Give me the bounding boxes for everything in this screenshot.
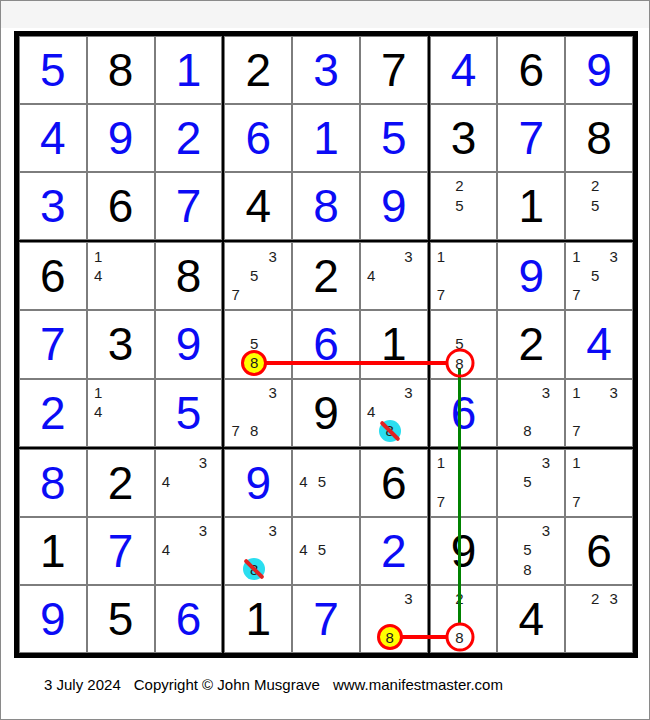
- candidate-digit: 1: [437, 455, 445, 470]
- pencil-slot-2: [450, 246, 469, 265]
- cell-r3c5[interactable]: 8: [292, 172, 360, 240]
- cell-r2c5[interactable]: 1: [292, 104, 360, 172]
- pencil-slot-2: 2: [586, 589, 605, 608]
- cell-r7c9[interactable]: 17: [565, 449, 633, 517]
- pencil-slot-8: [245, 285, 264, 304]
- pencil-slot-7: [362, 421, 381, 440]
- footer: 3 July 2024Copyright © John Musgravewww.…: [44, 676, 516, 693]
- cell-r9c9[interactable]: 23: [565, 585, 633, 653]
- pencil-slot-4: [432, 196, 451, 215]
- pencil-slot-8: [450, 491, 469, 510]
- pencil-grid: 1357: [567, 246, 623, 304]
- pencil-slot-8: [586, 628, 605, 647]
- cell-r1c2[interactable]: 8: [87, 36, 155, 104]
- cell-r2c3[interactable]: 2: [155, 104, 223, 172]
- cell-r6c2[interactable]: 14: [87, 379, 155, 447]
- pencil-slot-5: [586, 608, 605, 627]
- cell-r9c1[interactable]: 9: [19, 585, 87, 653]
- pencil-slot-2: [175, 453, 194, 472]
- cell-r3c6[interactable]: 9: [360, 172, 428, 240]
- candidate-highlight-yellow-circle: 8: [377, 624, 403, 650]
- pencil-slot-3: [469, 589, 488, 608]
- cell-r5c6[interactable]: 1: [360, 310, 428, 378]
- cell-r1c3[interactable]: 1: [155, 36, 223, 104]
- candidate-highlight-cyan-eliminated: 8: [379, 420, 401, 442]
- cell-r4c9[interactable]: 1357: [565, 242, 633, 310]
- pencil-slot-7: 7: [567, 421, 586, 440]
- pencil-slot-9: [399, 421, 418, 440]
- pencil-slot-5: [518, 402, 537, 421]
- candidate-highlight-cyan-eliminated: 8: [243, 558, 265, 580]
- pencil-slot-2: [245, 314, 264, 333]
- candidate-digit: 5: [523, 474, 531, 489]
- pencil-grid: 17: [432, 246, 488, 304]
- pencil-slot-4: [499, 472, 518, 491]
- cell-r3c1[interactable]: 3: [19, 172, 87, 240]
- candidate-digit: 4: [162, 542, 170, 557]
- pencil-slot-9: [604, 215, 623, 234]
- candidate-digit: 3: [542, 385, 550, 400]
- pencil-slot-3: 3: [604, 246, 623, 265]
- pencil-slot-8: [450, 285, 469, 304]
- pencil-slot-1: [567, 589, 586, 608]
- cell-r7c7[interactable]: 17: [430, 449, 498, 517]
- cell-r2c1[interactable]: 4: [19, 104, 87, 172]
- pencil-slot-2: [245, 521, 264, 540]
- cell-r9c8[interactable]: 4: [497, 585, 565, 653]
- candidate-digit: 7: [572, 423, 580, 438]
- pencil-slot-1: [362, 383, 381, 402]
- cell-r6c4[interactable]: 378: [224, 379, 292, 447]
- big-digit: 2: [20, 380, 86, 446]
- cell-r8c7[interactable]: 9: [430, 517, 498, 585]
- cell-r7c6[interactable]: 6: [360, 449, 428, 517]
- pencil-slot-7: 7: [226, 421, 245, 440]
- pencil-slot-3: [331, 521, 350, 540]
- pencil-slot-3: [469, 246, 488, 265]
- big-digit: 6: [293, 311, 359, 377]
- cell-r7c8[interactable]: 35: [497, 449, 565, 517]
- pencil-slot-5: 5: [313, 540, 332, 559]
- pencil-slot-2: [107, 246, 126, 265]
- pencil-slot-8: 8: [450, 628, 469, 647]
- pencil-slot-7: [89, 421, 108, 440]
- pencil-slot-7: [226, 560, 245, 579]
- sudoku-board: 5814923672376154894693782512561487392145…: [14, 31, 638, 658]
- cell-r9c3[interactable]: 6: [155, 585, 223, 653]
- pencil-slot-5: [245, 540, 264, 559]
- candidate-digit: 5: [455, 198, 463, 213]
- box-7: 82341734956: [18, 448, 223, 654]
- big-digit: 3: [431, 105, 497, 171]
- pencil-slot-4: 4: [89, 266, 108, 285]
- pencil-slot-2: [586, 453, 605, 472]
- pencil-slot-7: 7: [567, 285, 586, 304]
- pencil-slot-5: [450, 266, 469, 285]
- big-digit: 9: [156, 311, 222, 377]
- candidate-digit: 3: [269, 523, 277, 538]
- big-digit: 8: [156, 243, 222, 309]
- pencil-slot-4: 4: [89, 402, 108, 421]
- pencil-slot-3: 3: [604, 589, 623, 608]
- pencil-slot-2: [518, 383, 537, 402]
- cell-r3c3[interactable]: 7: [155, 172, 223, 240]
- pencil-slot-3: 3: [399, 383, 418, 402]
- candidate-digit: 4: [94, 404, 102, 419]
- pencil-slot-1: 1: [567, 453, 586, 472]
- pencil-slot-4: [226, 540, 245, 559]
- pencil-slot-1: [432, 589, 451, 608]
- big-digit: 6: [431, 380, 497, 446]
- cell-r8c3[interactable]: 34: [155, 517, 223, 585]
- cell-r8c1[interactable]: 1: [19, 517, 87, 585]
- pencil-slot-4: [567, 402, 586, 421]
- big-digit: 6: [361, 450, 427, 516]
- cell-r5c7[interactable]: 58: [430, 310, 498, 378]
- box-6: 17913575824638137: [429, 241, 634, 447]
- pencil-slot-1: [226, 246, 245, 265]
- candidate-digit: 3: [404, 385, 412, 400]
- big-digit: 4: [20, 105, 86, 171]
- cell-r9c7[interactable]: 28: [430, 585, 498, 653]
- pencil-grid: 38: [226, 521, 282, 579]
- pencil-slot-2: [450, 314, 469, 333]
- candidate-digit: 8: [250, 423, 258, 438]
- pencil-slot-9: [469, 285, 488, 304]
- pencil-slot-7: [499, 560, 518, 579]
- pencil-slot-2: [245, 246, 264, 265]
- pencil-slot-8: 8: [518, 560, 537, 579]
- pencil-slot-1: 1: [89, 383, 108, 402]
- big-digit: 5: [88, 586, 154, 652]
- big-digit: 9: [20, 586, 86, 652]
- pencil-slot-6: [604, 402, 623, 421]
- cell-r2c4[interactable]: 6: [224, 104, 292, 172]
- pencil-slot-2: 2: [586, 176, 605, 195]
- cell-r7c1[interactable]: 8: [19, 449, 87, 517]
- pencil-slot-3: 3: [194, 453, 213, 472]
- pencil-slot-2: [380, 383, 399, 402]
- pencil-slot-9: [194, 491, 213, 510]
- cell-r7c3[interactable]: 34: [155, 449, 223, 517]
- cell-r5c2[interactable]: 3: [87, 310, 155, 378]
- board-wrap: 5814923672376154894693782512561487392145…: [14, 31, 638, 658]
- pencil-slot-8: [107, 285, 126, 304]
- pencil-slot-4: 4: [294, 540, 313, 559]
- pencil-grid: 14: [89, 383, 145, 441]
- cell-r4c5[interactable]: 2: [292, 242, 360, 310]
- pencil-grid: 35: [499, 453, 555, 511]
- cell-r1c5[interactable]: 3: [292, 36, 360, 104]
- candidate-digit: 3: [609, 385, 617, 400]
- big-digit: 4: [225, 173, 291, 239]
- pencil-slot-7: [294, 491, 313, 510]
- cell-r6c3[interactable]: 5: [155, 379, 223, 447]
- candidate-digit: 5: [250, 336, 258, 351]
- big-digit: 7: [293, 586, 359, 652]
- cell-r6c1[interactable]: 2: [19, 379, 87, 447]
- candidate-digit: 7: [437, 287, 445, 302]
- cell-r5c4[interactable]: 58: [224, 310, 292, 378]
- pencil-slot-4: 4: [362, 402, 381, 421]
- pencil-slot-6: [537, 540, 556, 559]
- pencil-slot-6: [264, 334, 283, 353]
- pencil-slot-5: 5: [586, 266, 605, 285]
- candidate-digit: 5: [591, 268, 599, 283]
- pencil-slot-1: [226, 314, 245, 333]
- candidate-digit: 3: [609, 591, 617, 606]
- big-digit: 2: [293, 243, 359, 309]
- pencil-slot-3: [469, 314, 488, 333]
- big-digit: 6: [20, 243, 86, 309]
- cell-r8c4[interactable]: 38: [224, 517, 292, 585]
- pencil-slot-9: [194, 560, 213, 579]
- candidate-digit: 1: [572, 249, 580, 264]
- cell-r5c8[interactable]: 2: [497, 310, 565, 378]
- candidate-highlight-yellow-circle: 8: [241, 350, 267, 376]
- pencil-slot-8: 8: [245, 353, 264, 372]
- cell-r6c7[interactable]: 6: [430, 379, 498, 447]
- pencil-slot-2: [586, 246, 605, 265]
- big-digit: 9: [566, 37, 632, 103]
- big-digit: 2: [498, 311, 564, 377]
- big-digit: 1: [20, 518, 86, 584]
- cell-r1c6[interactable]: 7: [360, 36, 428, 104]
- cell-r4c2[interactable]: 14: [87, 242, 155, 310]
- pencil-grid: 34: [157, 521, 213, 579]
- pencil-slot-1: [294, 521, 313, 540]
- cell-r2c9[interactable]: 8: [565, 104, 633, 172]
- cell-r2c7[interactable]: 3: [430, 104, 498, 172]
- big-digit: 7: [88, 518, 154, 584]
- cell-r6c5[interactable]: 9: [292, 379, 360, 447]
- pencil-slot-5: [245, 402, 264, 421]
- pencil-slot-3: [604, 176, 623, 195]
- big-digit: 3: [293, 37, 359, 103]
- pencil-slot-1: [499, 521, 518, 540]
- big-digit: 6: [156, 586, 222, 652]
- pencil-slot-8: [586, 285, 605, 304]
- pencil-slot-6: [469, 266, 488, 285]
- pencil-slot-9: [604, 491, 623, 510]
- pencil-slot-8: [107, 421, 126, 440]
- pencil-slot-4: [567, 196, 586, 215]
- candidate-digit: 4: [299, 542, 307, 557]
- cell-r3c8[interactable]: 1: [497, 172, 565, 240]
- pencil-slot-2: [107, 383, 126, 402]
- cell-r8c6[interactable]: 2: [360, 517, 428, 585]
- candidate-digit: 7: [231, 423, 239, 438]
- big-digit: 4: [498, 586, 564, 652]
- cell-r9c6[interactable]: 38: [360, 585, 428, 653]
- cell-r8c2[interactable]: 7: [87, 517, 155, 585]
- pencil-slot-6: [264, 402, 283, 421]
- cell-r8c9[interactable]: 6: [565, 517, 633, 585]
- candidate-digit: 3: [269, 249, 277, 264]
- cell-r2c6[interactable]: 5: [360, 104, 428, 172]
- cell-r9c4[interactable]: 1: [224, 585, 292, 653]
- pencil-slot-3: 3: [537, 383, 556, 402]
- pencil-slot-8: [450, 215, 469, 234]
- cell-r3c2[interactable]: 6: [87, 172, 155, 240]
- big-digit: 9: [293, 380, 359, 446]
- cell-r3c9[interactable]: 25: [565, 172, 633, 240]
- pencil-slot-2: 2: [450, 589, 469, 608]
- cell-r4c6[interactable]: 34: [360, 242, 428, 310]
- pencil-slot-8: [380, 285, 399, 304]
- pencil-slot-8: [518, 491, 537, 510]
- pencil-slot-9: [264, 560, 283, 579]
- pencil-slot-1: [567, 176, 586, 195]
- candidate-digit: 2: [455, 591, 463, 606]
- pencil-grid: 45: [294, 521, 350, 579]
- candidate-digit: 7: [572, 494, 580, 509]
- pencil-grid: 34: [157, 453, 213, 511]
- pencil-slot-7: [499, 491, 518, 510]
- pencil-slot-2: [518, 521, 537, 540]
- pencil-slot-1: 1: [432, 246, 451, 265]
- cell-r1c4[interactable]: 2: [224, 36, 292, 104]
- pencil-slot-6: [126, 402, 145, 421]
- big-digit: 4: [566, 311, 632, 377]
- candidate-highlight-red-circle: 8: [445, 348, 474, 377]
- pencil-slot-9: [126, 421, 145, 440]
- big-digit: 2: [156, 105, 222, 171]
- pencil-slot-8: 8: [380, 628, 399, 647]
- pencil-slot-5: 5: [518, 540, 537, 559]
- cell-r7c5[interactable]: 45: [292, 449, 360, 517]
- pencil-grid: 58: [226, 314, 282, 372]
- cell-r3c7[interactable]: 25: [430, 172, 498, 240]
- cell-r2c2[interactable]: 9: [87, 104, 155, 172]
- pencil-slot-7: 7: [567, 491, 586, 510]
- pencil-slot-9: [469, 215, 488, 234]
- big-digit: 9: [88, 105, 154, 171]
- pencil-slot-6: [604, 472, 623, 491]
- pencil-slot-8: [175, 560, 194, 579]
- cell-r8c8[interactable]: 358: [497, 517, 565, 585]
- pencil-slot-9: [469, 491, 488, 510]
- pencil-slot-2: [380, 246, 399, 265]
- pencil-slot-1: [362, 589, 381, 608]
- cell-r1c9[interactable]: 9: [565, 36, 633, 104]
- pencil-grid: 348: [362, 383, 418, 441]
- pencil-slot-6: [537, 472, 556, 491]
- pencil-slot-4: [226, 266, 245, 285]
- cell-r1c7[interactable]: 4: [430, 36, 498, 104]
- cell-r4c8[interactable]: 9: [497, 242, 565, 310]
- pencil-slot-4: [432, 266, 451, 285]
- cell-r4c1[interactable]: 6: [19, 242, 87, 310]
- pencil-slot-3: 3: [604, 383, 623, 402]
- pencil-slot-8: 8: [518, 421, 537, 440]
- pencil-slot-9: [264, 421, 283, 440]
- candidate-digit: 5: [250, 268, 258, 283]
- cell-r8c5[interactable]: 45: [292, 517, 360, 585]
- pencil-slot-5: [175, 540, 194, 559]
- candidate-digit: 3: [404, 591, 412, 606]
- pencil-slot-6: [264, 540, 283, 559]
- candidate-digit: 5: [591, 198, 599, 213]
- cell-r6c8[interactable]: 38: [497, 379, 565, 447]
- big-digit: 8: [88, 37, 154, 103]
- big-digit: 6: [225, 105, 291, 171]
- pencil-slot-8: 8: [245, 421, 264, 440]
- cell-r9c5[interactable]: 7: [292, 585, 360, 653]
- cell-r4c3[interactable]: 8: [155, 242, 223, 310]
- cell-r4c4[interactable]: 357: [224, 242, 292, 310]
- big-digit: 1: [225, 586, 291, 652]
- cell-r6c6[interactable]: 348: [360, 379, 428, 447]
- box-5: 35723458613789348: [223, 241, 428, 447]
- cell-r5c3[interactable]: 9: [155, 310, 223, 378]
- cell-r2c8[interactable]: 7: [497, 104, 565, 172]
- candidate-digit: 1: [572, 385, 580, 400]
- pencil-slot-7: [567, 215, 586, 234]
- cell-r5c5[interactable]: 6: [292, 310, 360, 378]
- box-1: 581492367: [18, 35, 223, 241]
- pencil-slot-9: [604, 285, 623, 304]
- pencil-slot-9: [331, 560, 350, 579]
- candidate-digit: 3: [609, 249, 617, 264]
- pencil-slot-3: [604, 453, 623, 472]
- cell-r7c4[interactable]: 9: [224, 449, 292, 517]
- big-digit: 1: [293, 105, 359, 171]
- pencil-slot-4: [567, 266, 586, 285]
- pencil-slot-8: 8: [380, 421, 399, 440]
- pencil-slot-7: [432, 215, 451, 234]
- candidate-digit: 3: [542, 455, 550, 470]
- pencil-slot-3: 3: [264, 246, 283, 265]
- cell-r9c2[interactable]: 5: [87, 585, 155, 653]
- big-digit: 2: [361, 518, 427, 584]
- cell-r1c1[interactable]: 5: [19, 36, 87, 104]
- pencil-slot-6: [469, 608, 488, 627]
- pencil-slot-1: [362, 246, 381, 265]
- cell-r1c8[interactable]: 6: [497, 36, 565, 104]
- big-digit: 6: [88, 173, 154, 239]
- big-digit: 7: [498, 105, 564, 171]
- candidate-digit: 3: [542, 523, 550, 538]
- pencil-slot-7: [89, 285, 108, 304]
- cell-r3c4[interactable]: 4: [224, 172, 292, 240]
- cell-r4c7[interactable]: 17: [430, 242, 498, 310]
- pencil-slot-4: 4: [294, 472, 313, 491]
- cell-r7c2[interactable]: 2: [87, 449, 155, 517]
- cell-r5c9[interactable]: 4: [565, 310, 633, 378]
- candidate-digit: 1: [437, 249, 445, 264]
- pencil-slot-4: 4: [362, 266, 381, 285]
- pencil-slot-8: [586, 421, 605, 440]
- candidate-digit: 5: [318, 474, 326, 489]
- pencil-slot-5: [586, 472, 605, 491]
- pencil-slot-3: [331, 453, 350, 472]
- candidate-digit: 4: [162, 474, 170, 489]
- pencil-grid: 358: [499, 521, 555, 579]
- pencil-slot-6: [194, 540, 213, 559]
- pencil-slot-5: [380, 266, 399, 285]
- pencil-slot-9: [331, 491, 350, 510]
- big-digit: 1: [498, 173, 564, 239]
- pencil-slot-1: [499, 453, 518, 472]
- cell-r6c9[interactable]: 137: [565, 379, 633, 447]
- candidate-digit: 3: [199, 455, 207, 470]
- footer-copyright: Copyright © John Musgrave: [134, 676, 320, 693]
- cell-r5c1[interactable]: 7: [19, 310, 87, 378]
- pencil-grid: 17: [432, 453, 488, 511]
- pencil-slot-4: [567, 608, 586, 627]
- pencil-slot-3: 3: [264, 383, 283, 402]
